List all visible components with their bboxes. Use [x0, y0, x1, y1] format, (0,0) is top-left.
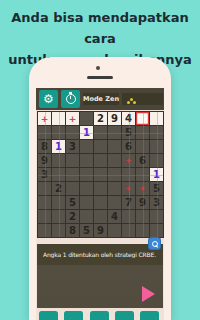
cell-r5c4[interactable]	[80, 168, 93, 181]
cell-r3c7[interactable]: 6	[122, 140, 135, 153]
cell-r8c9[interactable]	[150, 210, 163, 223]
toolbar: ⚙ Mode Zen	[36, 88, 164, 110]
cell-r2c4[interactable]: 1	[80, 126, 93, 139]
cell-r4c8[interactable]: 6	[136, 154, 149, 167]
cell-r9c2[interactable]	[52, 224, 65, 237]
cell-r4c7[interactable]: +	[122, 154, 135, 167]
mode-label: Mode Zen	[83, 95, 119, 103]
strategy-message: Angka 1 ditentukan oleh strategi CRBE.	[43, 251, 161, 258]
cell-r2c2[interactable]	[52, 126, 65, 139]
cell-r9c7[interactable]	[122, 224, 135, 237]
cell-r5c2[interactable]	[52, 168, 65, 181]
cell-r3c8[interactable]	[136, 140, 149, 153]
cell-r4c9[interactable]	[150, 154, 163, 167]
cell-r2c3[interactable]	[66, 126, 79, 139]
cell-r3c4[interactable]	[80, 140, 93, 153]
plus-mark: +	[41, 114, 49, 124]
cell-r6c7[interactable]: +	[122, 182, 135, 195]
cell-r1c4[interactable]	[80, 112, 93, 125]
zoom-button[interactable]	[149, 238, 160, 249]
mode-indicator: Mode Zen	[83, 93, 119, 105]
cell-r9c3[interactable]: 8	[66, 224, 79, 237]
plus-mark: +	[125, 184, 131, 193]
timer-icon	[66, 94, 76, 104]
cell-r3c1[interactable]: 8	[38, 140, 51, 153]
cell-r4c4[interactable]	[80, 154, 93, 167]
cell-r6c9[interactable]: 5	[150, 182, 163, 195]
cell-r5c8[interactable]	[136, 168, 149, 181]
cell-r3c2[interactable]: 1	[52, 140, 65, 153]
cell-r5c3[interactable]	[66, 168, 79, 181]
numpad-button-5[interactable]	[140, 311, 159, 320]
cell-r6c2[interactable]: 2	[52, 182, 65, 195]
cell-r3c6[interactable]	[108, 140, 121, 153]
cell-r2c6[interactable]	[108, 126, 121, 139]
cell-r4c2[interactable]	[52, 154, 65, 167]
cell-r5c1[interactable]: 3	[38, 168, 51, 181]
cell-r8c2[interactable]	[52, 210, 65, 223]
cell-r7c3[interactable]: 5	[66, 196, 79, 209]
camera-dot	[96, 66, 100, 70]
cell-r5c7[interactable]	[122, 168, 135, 181]
cell-r7c6[interactable]	[108, 196, 121, 209]
cell-r1c8[interactable]	[136, 112, 149, 125]
cell-r2c5[interactable]	[94, 126, 107, 139]
cell-r7c4[interactable]	[80, 196, 93, 209]
cell-r4c1[interactable]: 9	[38, 154, 51, 167]
numpad-button-1[interactable]	[39, 311, 58, 320]
gear-icon: ⚙	[43, 93, 54, 105]
cell-r8c8[interactable]	[136, 210, 149, 223]
cell-r9c8[interactable]	[136, 224, 149, 237]
hint-cluster-icon	[130, 98, 133, 101]
next-step-button[interactable]	[142, 286, 155, 302]
cell-r6c3[interactable]	[66, 182, 79, 195]
magnifier-icon	[152, 241, 158, 247]
cell-r8c4[interactable]	[80, 210, 93, 223]
cell-r7c2[interactable]	[52, 196, 65, 209]
cell-r3c5[interactable]	[94, 140, 107, 153]
cell-r8c6[interactable]: 4	[108, 210, 121, 223]
numpad-button-2[interactable]	[64, 311, 83, 320]
cell-r7c7[interactable]: 7	[122, 196, 135, 209]
cell-r1c6[interactable]: 9	[108, 112, 121, 125]
cell-r1c9[interactable]	[150, 112, 163, 125]
cell-r2c9[interactable]	[150, 126, 163, 139]
cell-r4c6[interactable]	[108, 154, 121, 167]
cell-r8c7[interactable]	[122, 210, 135, 223]
number-pad-strip	[36, 310, 164, 320]
cell-r8c5[interactable]	[94, 210, 107, 223]
cell-r5c9[interactable]: 1	[150, 168, 163, 181]
cell-r8c3[interactable]: 2	[66, 210, 79, 223]
caption-line-1: Anda bisa mendapatkan cara	[0, 7, 200, 49]
plus-mark: +	[125, 156, 131, 165]
cell-r1c7[interactable]: 4	[122, 112, 135, 125]
settings-button[interactable]: ⚙	[39, 90, 58, 108]
cell-r1c5[interactable]: 2	[94, 112, 107, 125]
cell-r3c9[interactable]	[150, 140, 163, 153]
cell-r7c9[interactable]: 3	[150, 196, 163, 209]
cell-r7c1[interactable]	[38, 196, 51, 209]
hint-counter-panel[interactable]	[122, 93, 163, 105]
timer-button[interactable]	[61, 90, 80, 108]
cell-r9c5[interactable]: 9	[94, 224, 107, 237]
cell-r2c1[interactable]	[38, 126, 51, 139]
cell-r9c4[interactable]: 5	[80, 224, 93, 237]
numpad-button-4[interactable]	[115, 311, 134, 320]
cell-r6c6[interactable]	[108, 182, 121, 195]
cell-r6c5[interactable]	[94, 182, 107, 195]
phone-mockup: ⚙ Mode Zen ++2941581369+6312++5579324859…	[29, 57, 171, 320]
cell-r9c1[interactable]	[38, 224, 51, 237]
plus-mark: +	[69, 114, 77, 124]
cell-r9c6[interactable]	[108, 224, 121, 237]
cell-r5c6[interactable]	[108, 168, 121, 181]
cell-r2c8[interactable]	[136, 126, 149, 139]
cell-r7c5[interactable]	[94, 196, 107, 209]
cell-r1c1[interactable]: +	[38, 112, 51, 125]
cell-r5c5[interactable]	[94, 168, 107, 181]
speaker-slot	[87, 76, 113, 79]
plus-mark: +	[139, 184, 145, 193]
cell-r7c8[interactable]: 9	[136, 196, 149, 209]
cell-r6c8[interactable]: +	[136, 182, 149, 195]
cell-r1c2[interactable]	[52, 112, 65, 125]
sudoku-board: ++2941581369+6312++5579324859	[37, 111, 164, 238]
cell-r1c3[interactable]: +	[66, 112, 79, 125]
cell-r3c3[interactable]: 3	[66, 140, 79, 153]
cell-r9c9[interactable]	[150, 224, 163, 237]
cell-r8c1[interactable]	[38, 210, 51, 223]
app-screen: ⚙ Mode Zen ++2941581369+6312++5579324859…	[36, 88, 164, 320]
cell-r6c1[interactable]	[38, 182, 51, 195]
cell-r4c5[interactable]	[94, 154, 107, 167]
numpad-button-3[interactable]	[90, 311, 109, 320]
cell-r4c3[interactable]	[66, 154, 79, 167]
cell-r2c7[interactable]: 5	[122, 126, 135, 139]
cell-r6c4[interactable]	[80, 182, 93, 195]
